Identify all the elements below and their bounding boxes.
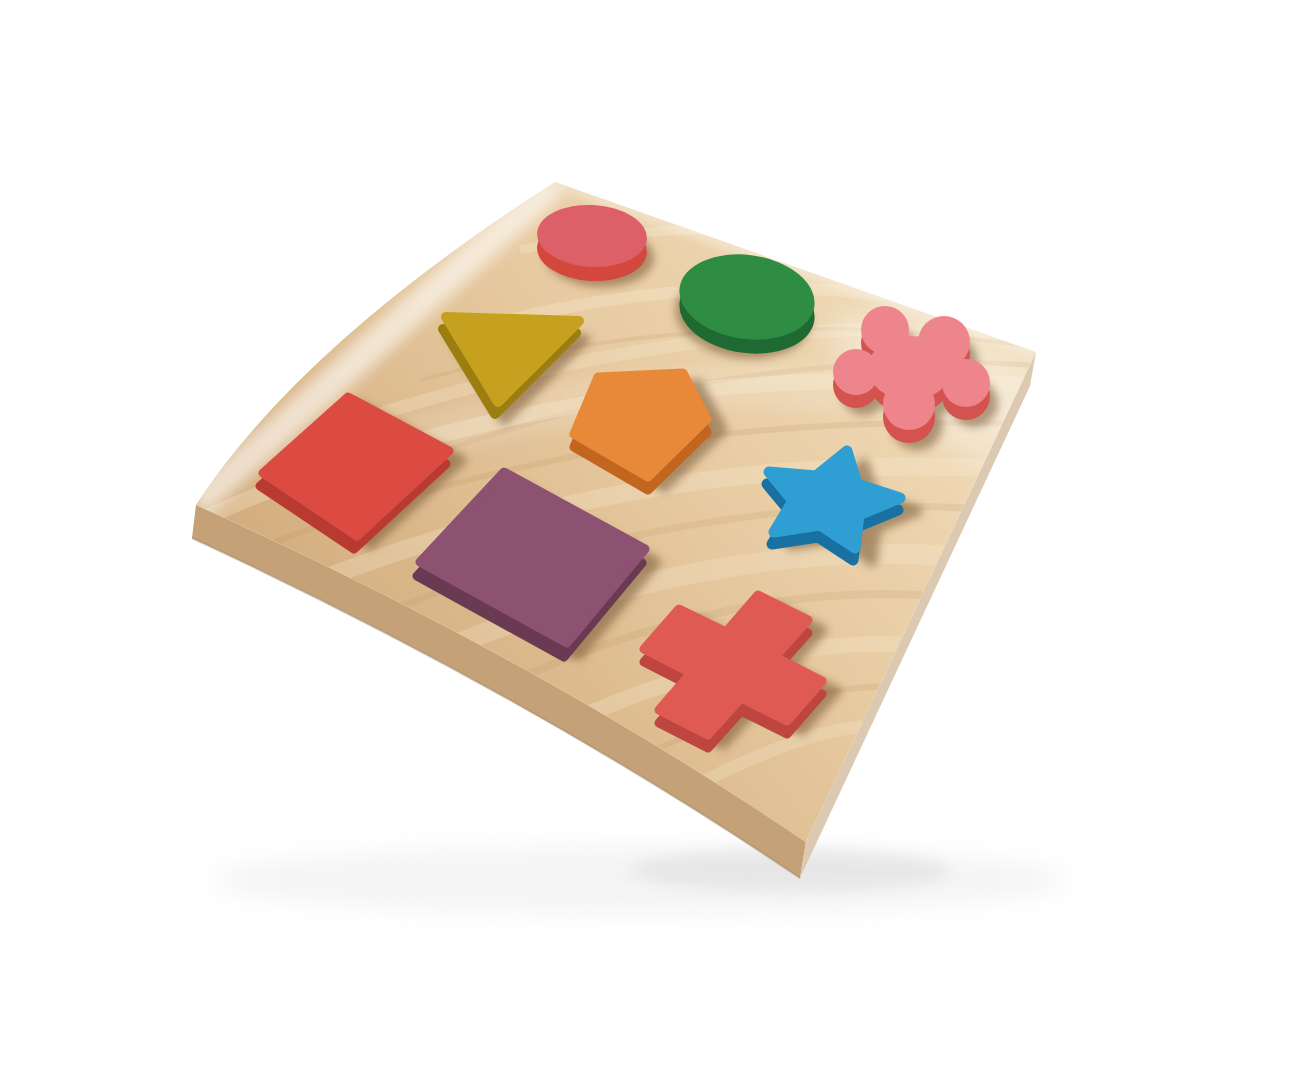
shape-sorter-scene xyxy=(0,0,1298,1070)
puzzle-photo xyxy=(0,0,1298,1070)
floor-shadow xyxy=(210,846,1070,914)
floor-shadow-wide xyxy=(210,846,1070,914)
cross-piece[interactable] xyxy=(644,595,837,748)
